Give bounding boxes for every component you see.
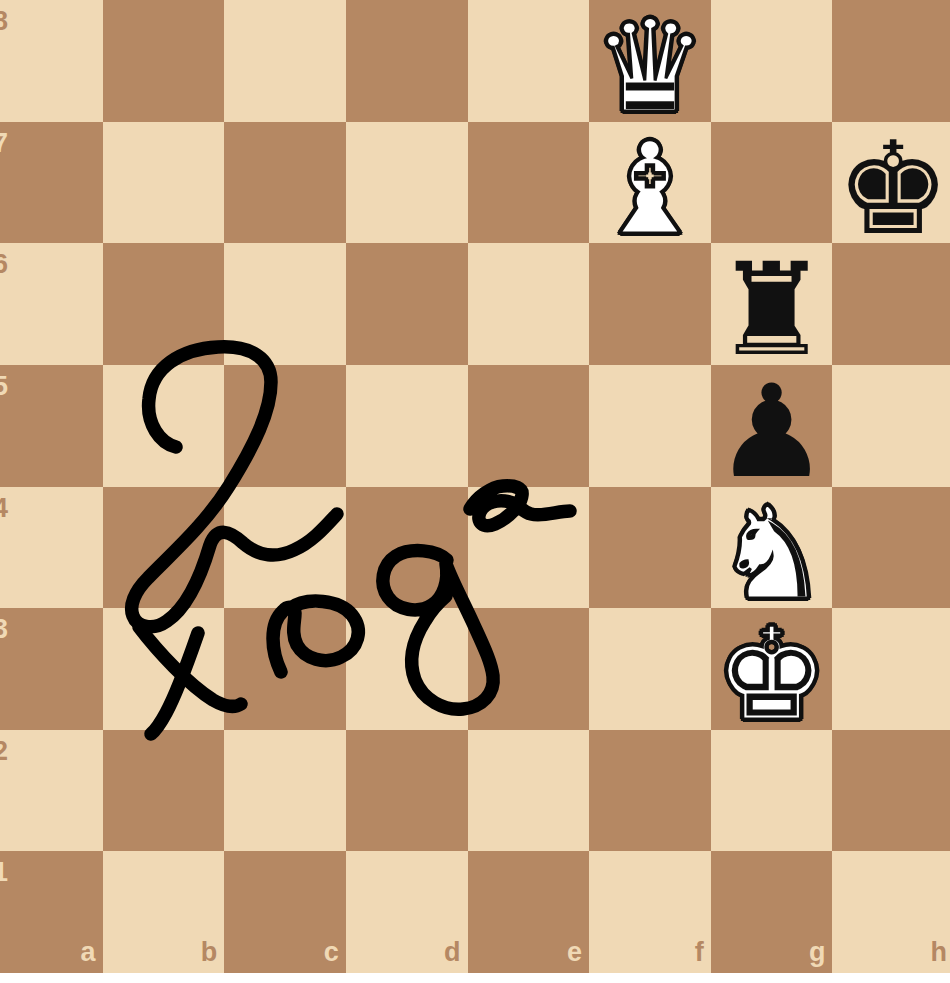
square-a5[interactable]: 5 <box>0 365 103 487</box>
chess-app: 8♛7♝♚6♜5♟4♞3♚21abcdefgh <box>0 0 950 983</box>
rank-label-4: 4 <box>0 495 8 522</box>
square-c1[interactable]: c <box>224 851 346 973</box>
square-b7[interactable] <box>103 122 225 244</box>
square-g8[interactable] <box>711 0 833 122</box>
square-c5[interactable] <box>224 365 346 487</box>
file-label-b: b <box>201 939 218 966</box>
square-e7[interactable] <box>468 122 590 244</box>
square-f6[interactable] <box>589 243 711 365</box>
square-c8[interactable] <box>224 0 346 122</box>
rank-label-8: 8 <box>0 8 8 35</box>
square-e4[interactable] <box>468 487 590 609</box>
chess-board: 8♛7♝♚6♜5♟4♞3♚21abcdefgh <box>0 0 950 973</box>
rank-label-6: 6 <box>0 251 8 278</box>
square-h2[interactable] <box>832 730 950 852</box>
square-c2[interactable] <box>224 730 346 852</box>
square-e5[interactable] <box>468 365 590 487</box>
square-d2[interactable] <box>346 730 468 852</box>
rank-label-7: 7 <box>0 130 8 157</box>
white-bishop-f7[interactable]: ♝ <box>589 130 711 252</box>
square-g3[interactable]: ♚ <box>711 608 833 730</box>
bottom-margin <box>0 973 950 983</box>
square-d5[interactable] <box>346 365 468 487</box>
square-g1[interactable]: g <box>711 851 833 973</box>
file-label-c: c <box>324 939 339 966</box>
square-b6[interactable] <box>103 243 225 365</box>
square-f8[interactable]: ♛ <box>589 0 711 122</box>
square-c3[interactable] <box>224 608 346 730</box>
square-a8[interactable]: 8 <box>0 0 103 122</box>
square-a2[interactable]: 2 <box>0 730 103 852</box>
square-h4[interactable] <box>832 487 950 609</box>
square-d7[interactable] <box>346 122 468 244</box>
file-label-e: e <box>567 939 582 966</box>
square-f3[interactable] <box>589 608 711 730</box>
square-c6[interactable] <box>224 243 346 365</box>
square-e6[interactable] <box>468 243 590 365</box>
square-d8[interactable] <box>346 0 468 122</box>
square-f5[interactable] <box>589 365 711 487</box>
square-g4[interactable]: ♞ <box>711 487 833 609</box>
square-b5[interactable] <box>103 365 225 487</box>
square-b4[interactable] <box>103 487 225 609</box>
square-d6[interactable] <box>346 243 468 365</box>
square-b2[interactable] <box>103 730 225 852</box>
square-c7[interactable] <box>224 122 346 244</box>
square-h7[interactable]: ♚ <box>832 122 950 244</box>
square-h8[interactable] <box>832 0 950 122</box>
black-king-h7[interactable]: ♚ <box>832 130 950 252</box>
square-e8[interactable] <box>468 0 590 122</box>
square-f4[interactable] <box>589 487 711 609</box>
square-f1[interactable]: f <box>589 851 711 973</box>
black-pawn-g5[interactable]: ♟ <box>711 373 833 495</box>
white-knight-g4[interactable]: ♞ <box>711 495 833 617</box>
square-d3[interactable] <box>346 608 468 730</box>
file-label-f: f <box>695 939 704 966</box>
square-d1[interactable]: d <box>346 851 468 973</box>
square-b8[interactable] <box>103 0 225 122</box>
square-c4[interactable] <box>224 487 346 609</box>
square-h3[interactable] <box>832 608 950 730</box>
square-a3[interactable]: 3 <box>0 608 103 730</box>
square-f2[interactable] <box>589 730 711 852</box>
rank-label-3: 3 <box>0 616 8 643</box>
file-label-h: h <box>931 939 948 966</box>
square-e2[interactable] <box>468 730 590 852</box>
square-f7[interactable]: ♝ <box>589 122 711 244</box>
square-h1[interactable]: h <box>832 851 950 973</box>
square-h6[interactable] <box>832 243 950 365</box>
square-a6[interactable]: 6 <box>0 243 103 365</box>
file-label-g: g <box>809 939 826 966</box>
rank-label-1: 1 <box>0 859 8 886</box>
file-label-d: d <box>444 939 461 966</box>
rank-label-5: 5 <box>0 373 8 400</box>
white-queen-f8[interactable]: ♛ <box>589 8 711 130</box>
square-b1[interactable]: b <box>103 851 225 973</box>
square-g2[interactable] <box>711 730 833 852</box>
square-d4[interactable] <box>346 487 468 609</box>
black-rook-g6[interactable]: ♜ <box>711 251 833 373</box>
square-e1[interactable]: e <box>468 851 590 973</box>
file-label-a: a <box>81 939 96 966</box>
square-g6[interactable]: ♜ <box>711 243 833 365</box>
square-g7[interactable] <box>711 122 833 244</box>
rank-label-2: 2 <box>0 738 8 765</box>
square-h5[interactable] <box>832 365 950 487</box>
square-g5[interactable]: ♟ <box>711 365 833 487</box>
square-b3[interactable] <box>103 608 225 730</box>
square-a1[interactable]: 1a <box>0 851 103 973</box>
square-a4[interactable]: 4 <box>0 487 103 609</box>
white-king-g3[interactable]: ♚ <box>711 616 833 738</box>
square-a7[interactable]: 7 <box>0 122 103 244</box>
square-e3[interactable] <box>468 608 590 730</box>
